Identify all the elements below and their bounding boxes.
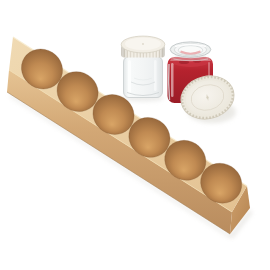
closed-jar [121,36,165,97]
glass-highlight-right [154,60,157,91]
lid-top-dot [142,43,144,45]
open-jar-rim [170,42,211,61]
closed-jar-lid [121,36,165,57]
product-photo-stage [0,0,270,270]
glass-shine-left [171,63,174,97]
scene-canvas [0,0,270,270]
glass-highlight-left [128,60,131,93]
